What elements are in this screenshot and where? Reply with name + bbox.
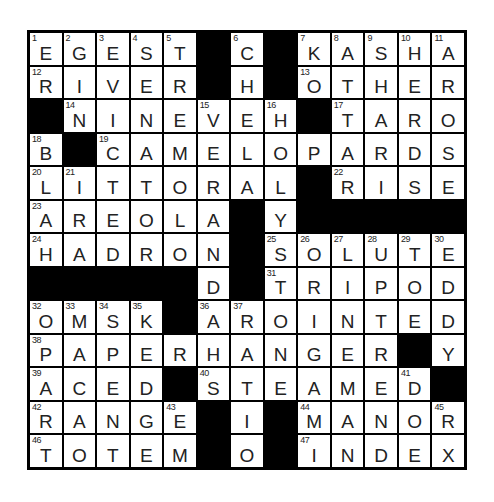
cell-letter: N (332, 446, 364, 465)
cell-r10c3[interactable]: P (97, 335, 129, 367)
cell-r11c4[interactable]: D (131, 368, 163, 400)
cell-r5c4[interactable]: T (131, 167, 163, 199)
cell-letter: T (30, 446, 62, 465)
clue-number-6: 6 (233, 33, 238, 44)
cell-r3c10[interactable]: 17T (332, 100, 364, 132)
cell-r6c3[interactable]: E (97, 201, 129, 233)
cell-r13c1[interactable]: 46T (30, 435, 62, 467)
cell-letter: K (298, 44, 330, 63)
black-cell-r2c8 (265, 67, 297, 99)
cell-letter: A (64, 412, 96, 431)
clue-number-4: 4 (133, 33, 138, 44)
cell-letter: R (365, 144, 397, 163)
cell-r9c11[interactable]: T (365, 301, 397, 333)
cell-r10c5[interactable]: R (164, 335, 196, 367)
cell-r1c1[interactable]: 1E (30, 33, 62, 65)
cell-r5c1[interactable]: 20L (30, 167, 62, 199)
cell-r12c13[interactable]: 45R (432, 402, 464, 434)
cell-letter: R (198, 178, 230, 197)
cell-letter: U (365, 245, 397, 264)
cell-r3c13[interactable]: O (432, 100, 464, 132)
black-cell-r6c13 (432, 201, 464, 233)
cell-r3c2[interactable]: 14N (64, 100, 96, 132)
black-cell-r4c2 (64, 134, 96, 166)
cell-r5c8[interactable]: L (265, 167, 297, 199)
clue-number-2: 2 (66, 33, 71, 44)
cell-r11c6[interactable]: 40S (198, 368, 230, 400)
cell-letter: N (198, 245, 230, 264)
cell-r1c7[interactable]: 6C (231, 33, 263, 65)
cell-r8c11[interactable]: P (365, 268, 397, 300)
cell-letter: N (64, 111, 96, 130)
cell-r7c8[interactable]: 25S (265, 234, 297, 266)
cell-r10c7[interactable]: A (231, 335, 263, 367)
cell-r11c3[interactable]: E (97, 368, 129, 400)
cell-letter: T (97, 446, 129, 465)
cell-r3c3[interactable]: I (97, 100, 129, 132)
cell-r11c1[interactable]: 39A (30, 368, 62, 400)
cell-letter: T (399, 245, 431, 264)
cell-letter: H (365, 77, 397, 96)
cell-letter: E (399, 77, 431, 96)
cell-letter: E (164, 412, 196, 431)
cell-letter: A (64, 345, 96, 364)
cell-letter: E (399, 312, 431, 331)
cell-r4c7[interactable]: L (231, 134, 263, 166)
cell-r12c7[interactable]: I (231, 402, 263, 434)
cell-r4c12[interactable]: D (399, 134, 431, 166)
cell-r13c5[interactable]: M (164, 435, 196, 467)
cell-letter: O (399, 412, 431, 431)
cell-letter: M (332, 379, 364, 398)
cell-letter: M (164, 144, 196, 163)
cell-letter: S (365, 44, 397, 63)
cell-letter: E (265, 379, 297, 398)
cell-r7c10[interactable]: 27L (332, 234, 364, 266)
cell-r1c5[interactable]: 5T (164, 33, 196, 65)
cell-letter: D (399, 379, 431, 398)
black-cell-r8c7 (231, 268, 263, 300)
cell-r7c9[interactable]: 26O (298, 234, 330, 266)
black-cell-r6c12 (399, 201, 431, 233)
cell-r13c11[interactable]: D (365, 435, 397, 467)
cell-r11c9[interactable]: A (298, 368, 330, 400)
cell-letter: E (399, 446, 431, 465)
black-cell-r6c9 (298, 201, 330, 233)
cell-r1c10[interactable]: 8A (332, 33, 364, 65)
cell-letter: C (231, 44, 263, 63)
cell-r12c4[interactable]: G (131, 402, 163, 434)
cell-r11c7[interactable]: T (231, 368, 263, 400)
cell-letter: N (332, 312, 364, 331)
cell-r8c12[interactable]: O (399, 268, 431, 300)
cell-r13c7[interactable]: O (231, 435, 263, 467)
cell-r12c5[interactable]: 43E (164, 402, 196, 434)
cell-r12c9[interactable]: 44M (298, 402, 330, 434)
black-cell-r1c8 (265, 33, 297, 65)
cell-letter: D (97, 245, 129, 264)
cell-r10c13[interactable]: Y (432, 335, 464, 367)
cell-letter: D (131, 379, 163, 398)
cell-r5c10[interactable]: 22R (332, 167, 364, 199)
cell-r2c2[interactable]: I (64, 67, 96, 99)
cell-letter: E (97, 44, 129, 63)
clue-number-8: 8 (334, 33, 339, 44)
cell-r7c11[interactable]: 28U (365, 234, 397, 266)
cell-letter: K (131, 312, 163, 331)
cell-letter: R (432, 412, 464, 431)
black-cell-r3c9 (298, 100, 330, 132)
cell-letter: A (365, 111, 397, 130)
cell-r6c4[interactable]: O (131, 201, 163, 233)
cell-r5c3[interactable]: T (97, 167, 129, 199)
cell-letter: H (231, 77, 263, 96)
black-cell-r8c2 (64, 268, 96, 300)
cell-letter: A (198, 312, 230, 331)
cell-r7c1[interactable]: 24H (30, 234, 62, 266)
cell-letter: I (64, 178, 96, 197)
cell-letter: S (97, 312, 129, 331)
cell-r3c5[interactable]: E (164, 100, 196, 132)
cell-r9c6[interactable]: 36A (198, 301, 230, 333)
cell-r2c12[interactable]: E (399, 67, 431, 99)
cell-r8c10[interactable]: I (332, 268, 364, 300)
black-cell-r2c6 (198, 67, 230, 99)
cell-letter: H (30, 245, 62, 264)
cell-r1c12[interactable]: 10H (399, 33, 431, 65)
black-cell-r5c9 (298, 167, 330, 199)
black-cell-r9c5 (164, 301, 196, 333)
cell-r2c7[interactable]: H (231, 67, 263, 99)
cell-r13c13[interactable]: X (432, 435, 464, 467)
cell-r1c3[interactable]: 3E (97, 33, 129, 65)
cell-r1c2[interactable]: 2G (64, 33, 96, 65)
cell-r4c4[interactable]: A (131, 134, 163, 166)
cell-r9c7[interactable]: 37R (231, 301, 263, 333)
cell-letter: O (64, 446, 96, 465)
cell-r7c3[interactable]: D (97, 234, 129, 266)
cell-r5c7[interactable]: A (231, 167, 263, 199)
cell-r2c1[interactable]: 12R (30, 67, 62, 99)
cell-r4c10[interactable]: A (332, 134, 364, 166)
cell-letter: Y (432, 345, 464, 364)
cell-r2c9[interactable]: 13O (298, 67, 330, 99)
cell-r7c4[interactable]: R (131, 234, 163, 266)
black-cell-r13c6 (198, 435, 230, 467)
cell-letter: S (265, 245, 297, 264)
cell-r10c11[interactable]: R (365, 335, 397, 367)
cell-letter: A (332, 412, 364, 431)
cell-letter: P (298, 144, 330, 163)
cell-letter: G (131, 412, 163, 431)
cell-letter: S (198, 379, 230, 398)
black-cell-r8c3 (97, 268, 129, 300)
cell-letter: I (298, 446, 330, 465)
cell-r9c3[interactable]: 34S (97, 301, 129, 333)
cell-r10c4[interactable]: E (131, 335, 163, 367)
cell-letter: D (399, 144, 431, 163)
cell-letter: P (365, 278, 397, 297)
cell-letter: E (131, 446, 163, 465)
cell-letter: A (30, 379, 62, 398)
cell-letter: O (30, 312, 62, 331)
cell-letter: E (97, 211, 129, 230)
cell-letter: R (432, 77, 464, 96)
cell-letter: S (131, 44, 163, 63)
cell-letter: E (97, 379, 129, 398)
cell-r13c4[interactable]: E (131, 435, 163, 467)
cell-letter: H (399, 44, 431, 63)
cell-letter: R (64, 211, 96, 230)
cell-letter: M (64, 312, 96, 331)
cell-letter: D (432, 312, 464, 331)
cell-r3c7[interactable]: E (231, 100, 263, 132)
cell-r3c8[interactable]: 16H (265, 100, 297, 132)
cell-r3c11[interactable]: A (365, 100, 397, 132)
clue-number-3: 3 (99, 33, 104, 44)
cell-r1c9[interactable]: 7K (298, 33, 330, 65)
black-cell-r12c8 (265, 402, 297, 434)
cell-letter: A (332, 44, 364, 63)
cell-r7c13[interactable]: 30E (432, 234, 464, 266)
cell-r9c1[interactable]: 32O (30, 301, 62, 333)
clue-number-1: 1 (32, 33, 37, 44)
cell-letter: A (64, 245, 96, 264)
cell-letter: O (399, 278, 431, 297)
cell-letter: N (131, 111, 163, 130)
cell-letter: A (198, 211, 230, 230)
clue-number-9: 9 (367, 33, 372, 44)
cell-r8c9[interactable]: R (298, 268, 330, 300)
clue-number-47: 47 (300, 435, 309, 446)
cell-letter: A (332, 144, 364, 163)
cell-letter: I (64, 77, 96, 96)
cell-letter: O (231, 446, 263, 465)
cell-letter: L (265, 178, 297, 197)
cell-letter: G (64, 44, 96, 63)
cell-letter: N (97, 412, 129, 431)
cell-r12c12[interactable]: O (399, 402, 431, 434)
cell-letter: O (164, 245, 196, 264)
cell-r1c11[interactable]: 9S (365, 33, 397, 65)
cell-letter: R (30, 77, 62, 96)
cell-r10c9[interactable]: G (298, 335, 330, 367)
cell-r4c5[interactable]: M (164, 134, 196, 166)
cell-letter: E (432, 178, 464, 197)
cell-r4c8[interactable]: O (265, 134, 297, 166)
cell-letter: O (298, 245, 330, 264)
black-cell-r8c4 (131, 268, 163, 300)
cell-letter: P (30, 345, 62, 364)
cell-r9c13[interactable]: D (432, 301, 464, 333)
cell-letter: T (164, 44, 196, 63)
cell-r11c11[interactable]: E (365, 368, 397, 400)
cell-letter: H (265, 111, 297, 130)
cell-letter: E (164, 111, 196, 130)
cell-r7c12[interactable]: 29T (399, 234, 431, 266)
cell-r9c4[interactable]: 35K (131, 301, 163, 333)
cell-letter: N (265, 345, 297, 364)
cell-r12c10[interactable]: A (332, 402, 364, 434)
cell-r2c10[interactable]: T (332, 67, 364, 99)
cell-letter: I (365, 178, 397, 197)
cell-r5c12[interactable]: S (399, 167, 431, 199)
black-cell-r1c6 (198, 33, 230, 65)
cell-r5c13[interactable]: E (432, 167, 464, 199)
cell-r13c12[interactable]: E (399, 435, 431, 467)
cell-r3c6[interactable]: 15V (198, 100, 230, 132)
cell-r4c11[interactable]: R (365, 134, 397, 166)
cell-r8c8[interactable]: 31T (265, 268, 297, 300)
cell-r3c12[interactable]: R (399, 100, 431, 132)
black-cell-r13c8 (265, 435, 297, 467)
cell-r7c5[interactable]: O (164, 234, 196, 266)
cell-r10c10[interactable]: E (332, 335, 364, 367)
cell-letter: L (231, 144, 263, 163)
cell-letter: I (97, 111, 129, 130)
cell-r6c8[interactable]: Y (265, 201, 297, 233)
cell-r6c5[interactable]: L (164, 201, 196, 233)
cell-r4c13[interactable]: S (432, 134, 464, 166)
cell-r4c9[interactable]: P (298, 134, 330, 166)
cell-letter: B (30, 144, 62, 163)
cell-r2c11[interactable]: H (365, 67, 397, 99)
clue-number-21: 21 (66, 167, 75, 178)
cell-letter: M (298, 412, 330, 431)
cell-r5c11[interactable]: I (365, 167, 397, 199)
black-cell-r8c5 (164, 268, 196, 300)
cell-r11c12[interactable]: 41D (399, 368, 431, 400)
cell-r5c6[interactable]: R (198, 167, 230, 199)
cell-letter: T (332, 77, 364, 96)
cell-letter: A (131, 144, 163, 163)
cell-r13c2[interactable]: O (64, 435, 96, 467)
cell-letter: O (131, 211, 163, 230)
cell-letter: G (298, 345, 330, 364)
cell-letter: T (131, 178, 163, 197)
cell-r11c2[interactable]: C (64, 368, 96, 400)
cell-letter: R (164, 345, 196, 364)
cell-letter: P (97, 345, 129, 364)
cell-r10c1[interactable]: 38P (30, 335, 62, 367)
cell-letter: X (432, 446, 464, 465)
cell-letter: E (131, 77, 163, 96)
crossword-grid: 1E2G3E4S5T6C7K8A9S10H11A12RIVERH13OTHER1… (27, 30, 467, 470)
cell-letter: O (432, 111, 464, 130)
cell-letter: E (332, 345, 364, 364)
cell-r4c6[interactable]: E (198, 134, 230, 166)
cell-letter: E (365, 379, 397, 398)
cell-letter: L (30, 178, 62, 197)
cell-r2c3[interactable]: V (97, 67, 129, 99)
cell-letter: A (30, 211, 62, 230)
cell-r12c11[interactable]: N (365, 402, 397, 434)
cell-r5c5[interactable]: O (164, 167, 196, 199)
cell-r12c3[interactable]: N (97, 402, 129, 434)
cell-r6c1[interactable]: 23A (30, 201, 62, 233)
cell-letter: H (198, 345, 230, 364)
cell-letter: O (164, 178, 196, 197)
cell-letter: I (231, 412, 263, 431)
cell-letter: R (332, 178, 364, 197)
cell-r7c2[interactable]: A (64, 234, 96, 266)
cell-r12c2[interactable]: A (64, 402, 96, 434)
cell-letter: D (365, 446, 397, 465)
black-cell-r6c7 (231, 201, 263, 233)
cell-letter: O (298, 77, 330, 96)
cell-letter: T (365, 312, 397, 331)
cell-r9c9[interactable]: I (298, 301, 330, 333)
cell-letter: T (231, 379, 263, 398)
cell-r6c6[interactable]: A (198, 201, 230, 233)
black-cell-r6c10 (332, 201, 364, 233)
black-cell-r11c13 (432, 368, 464, 400)
cell-r8c13[interactable]: D (432, 268, 464, 300)
cell-r9c2[interactable]: 33M (64, 301, 96, 333)
cell-r11c8[interactable]: E (265, 368, 297, 400)
black-cell-r6c11 (365, 201, 397, 233)
cell-letter: S (432, 144, 464, 163)
cell-r2c5[interactable]: R (164, 67, 196, 99)
cell-r1c4[interactable]: 4S (131, 33, 163, 65)
cell-letter: C (97, 144, 129, 163)
black-cell-r10c12 (399, 335, 431, 367)
cell-r4c3[interactable]: 19C (97, 134, 129, 166)
cell-r9c8[interactable]: O (265, 301, 297, 333)
cell-letter: E (30, 44, 62, 63)
cell-r9c10[interactable]: N (332, 301, 364, 333)
cell-letter: E (432, 245, 464, 264)
cell-r10c2[interactable]: A (64, 335, 96, 367)
cell-r1c13[interactable]: 11A (432, 33, 464, 65)
cell-r3c4[interactable]: N (131, 100, 163, 132)
cell-letter: L (332, 245, 364, 264)
cell-r13c10[interactable]: N (332, 435, 364, 467)
cell-r11c10[interactable]: M (332, 368, 364, 400)
black-cell-r11c5 (164, 368, 196, 400)
cell-letter: D (198, 278, 230, 297)
cell-letter: A (231, 345, 263, 364)
cell-letter: R (231, 312, 263, 331)
cell-letter: E (231, 111, 263, 130)
cell-letter: T (97, 178, 129, 197)
cell-letter: Y (265, 211, 297, 230)
cell-r2c4[interactable]: E (131, 67, 163, 99)
cell-r5c2[interactable]: 21I (64, 167, 96, 199)
cell-r6c2[interactable]: R (64, 201, 96, 233)
cell-r2c13[interactable]: R (432, 67, 464, 99)
cell-r9c12[interactable]: E (399, 301, 431, 333)
cell-letter: T (332, 111, 364, 130)
cell-letter: E (131, 345, 163, 364)
cell-letter: A (298, 379, 330, 398)
cell-r12c1[interactable]: 42R (30, 402, 62, 434)
cell-r4c1[interactable]: 18B (30, 134, 62, 166)
cell-letter: R (30, 412, 62, 431)
cell-r7c6[interactable]: N (198, 234, 230, 266)
cell-letter: A (231, 178, 263, 197)
cell-r10c6[interactable]: H (198, 335, 230, 367)
cell-letter: C (64, 379, 96, 398)
cell-letter: L (164, 211, 196, 230)
cell-r10c8[interactable]: N (265, 335, 297, 367)
cell-letter: R (298, 278, 330, 297)
cell-letter: V (198, 111, 230, 130)
cell-r8c6[interactable]: D (198, 268, 230, 300)
cell-r13c3[interactable]: T (97, 435, 129, 467)
cell-r13c9[interactable]: 47I (298, 435, 330, 467)
cell-letter: R (131, 245, 163, 264)
